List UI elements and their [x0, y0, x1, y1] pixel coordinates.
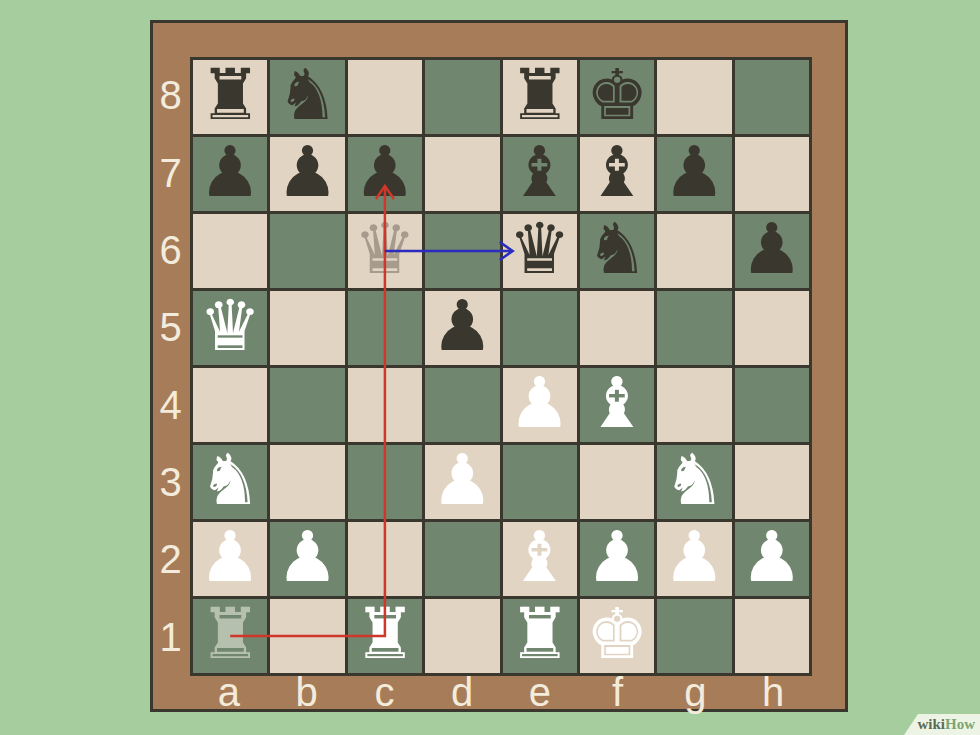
square-b1 [270, 599, 344, 673]
square-f4: ♝ [580, 368, 654, 442]
piece-black-pawn: ♟ [354, 137, 417, 207]
rank-label-8: 8 [152, 57, 189, 134]
square-f7: ♝ [580, 137, 654, 211]
square-e8: ♜ [503, 60, 577, 134]
piece-black-rook: ♜ [199, 60, 262, 130]
square-c8 [348, 60, 422, 134]
wikihow-watermark: wikiHow [904, 714, 980, 735]
piece-white-pawn: ♟ [663, 522, 726, 592]
square-d8 [425, 60, 499, 134]
piece-white-pawn: ♟ [508, 368, 571, 438]
rank-label-4: 4 [152, 367, 189, 444]
square-a4 [193, 368, 267, 442]
square-f5 [580, 291, 654, 365]
piece-black-pawn: ♟ [199, 137, 262, 207]
piece-white-rook: ♜ [508, 599, 571, 669]
square-b4 [270, 368, 344, 442]
piece-white-knight: ♞ [199, 445, 262, 515]
piece-black-queen: ♛ [508, 214, 571, 284]
rank-label-6: 6 [152, 212, 189, 289]
file-label-e: e [501, 674, 579, 710]
rank-labels: 87654321 [152, 57, 189, 676]
square-h5 [735, 291, 809, 365]
watermark-wiki-text: wiki [917, 716, 945, 733]
square-g8 [657, 60, 731, 134]
square-g3: ♞ [657, 445, 731, 519]
square-f2: ♟ [580, 522, 654, 596]
watermark-how-text: How [945, 716, 975, 733]
square-h7 [735, 137, 809, 211]
piece-white-king: ♚ [586, 599, 649, 669]
piece-white-rook: ♜ [354, 599, 417, 669]
square-g1 [657, 599, 731, 673]
square-c3 [348, 445, 422, 519]
square-d1 [425, 599, 499, 673]
rank-label-5: 5 [152, 289, 189, 366]
piece-white-pawn: ♟ [276, 522, 339, 592]
rank-label-3: 3 [152, 444, 189, 521]
square-e6: ♛ [503, 214, 577, 288]
piece-black-rook: ♜ [508, 60, 571, 130]
square-d3: ♟ [425, 445, 499, 519]
rank-label-1: 1 [152, 599, 189, 676]
square-a2: ♟ [193, 522, 267, 596]
square-b3 [270, 445, 344, 519]
square-a6 [193, 214, 267, 288]
file-label-f: f [579, 674, 657, 710]
piece-white-pawn: ♟ [199, 522, 262, 592]
square-g7: ♟ [657, 137, 731, 211]
square-d7 [425, 137, 499, 211]
square-f6: ♞ [580, 214, 654, 288]
square-d6 [425, 214, 499, 288]
square-d2 [425, 522, 499, 596]
square-a7: ♟ [193, 137, 267, 211]
piece-white-queen: ♛ [199, 291, 262, 361]
piece-white-pawn: ♟ [740, 522, 803, 592]
square-h3 [735, 445, 809, 519]
square-h8 [735, 60, 809, 134]
square-c4 [348, 368, 422, 442]
square-c1: ♜ [348, 599, 422, 673]
file-label-g: g [657, 674, 735, 710]
square-e1: ♜ [503, 599, 577, 673]
piece-white-pawn: ♟ [586, 522, 649, 592]
square-a5: ♛ [193, 291, 267, 365]
square-c7: ♟ [348, 137, 422, 211]
chess-board: ♜♞♜♚♟♟♟♝♝♟♛♛♞♟♛♟♟♝♞♟♞♟♟♝♟♟♟♜♜♜♚ [190, 57, 812, 676]
piece-white-knight: ♞ [663, 445, 726, 515]
square-c2 [348, 522, 422, 596]
square-b2: ♟ [270, 522, 344, 596]
file-label-d: d [423, 674, 501, 710]
piece-black-king: ♚ [586, 60, 649, 130]
piece-white-pawn: ♟ [431, 445, 494, 515]
piece-black-pawn: ♟ [276, 137, 339, 207]
square-h2: ♟ [735, 522, 809, 596]
rank-label-7: 7 [152, 134, 189, 211]
piece-black-knight: ♞ [276, 60, 339, 130]
square-e7: ♝ [503, 137, 577, 211]
square-b5 [270, 291, 344, 365]
square-a8: ♜ [193, 60, 267, 134]
square-e3 [503, 445, 577, 519]
square-g2: ♟ [657, 522, 731, 596]
square-g4 [657, 368, 731, 442]
piece-black-bishop: ♝ [586, 137, 649, 207]
square-a1: ♜ [193, 599, 267, 673]
square-h6: ♟ [735, 214, 809, 288]
piece-black-pawn: ♟ [740, 214, 803, 284]
piece-black-pawn: ♟ [663, 137, 726, 207]
square-g6 [657, 214, 731, 288]
piece-ghost-white-rook: ♜ [199, 599, 262, 669]
piece-ghost-black-queen: ♛ [354, 214, 417, 284]
file-labels: abcdefgh [190, 674, 812, 710]
square-f1: ♚ [580, 599, 654, 673]
square-e5 [503, 291, 577, 365]
file-label-c: c [346, 674, 424, 710]
square-e4: ♟ [503, 368, 577, 442]
file-label-h: h [734, 674, 812, 710]
square-b8: ♞ [270, 60, 344, 134]
square-a3: ♞ [193, 445, 267, 519]
file-label-b: b [268, 674, 346, 710]
square-f8: ♚ [580, 60, 654, 134]
file-label-a: a [190, 674, 268, 710]
square-d4 [425, 368, 499, 442]
piece-black-knight: ♞ [586, 214, 649, 284]
square-f3 [580, 445, 654, 519]
square-d5: ♟ [425, 291, 499, 365]
rank-label-2: 2 [152, 521, 189, 598]
square-h4 [735, 368, 809, 442]
square-h1 [735, 599, 809, 673]
square-e2: ♝ [503, 522, 577, 596]
square-c6: ♛ [348, 214, 422, 288]
square-b7: ♟ [270, 137, 344, 211]
piece-white-bishop: ♝ [586, 368, 649, 438]
piece-black-pawn: ♟ [431, 291, 494, 361]
piece-white-bishop: ♝ [508, 522, 571, 592]
square-c5 [348, 291, 422, 365]
square-b6 [270, 214, 344, 288]
piece-black-bishop: ♝ [508, 137, 571, 207]
square-g5 [657, 291, 731, 365]
